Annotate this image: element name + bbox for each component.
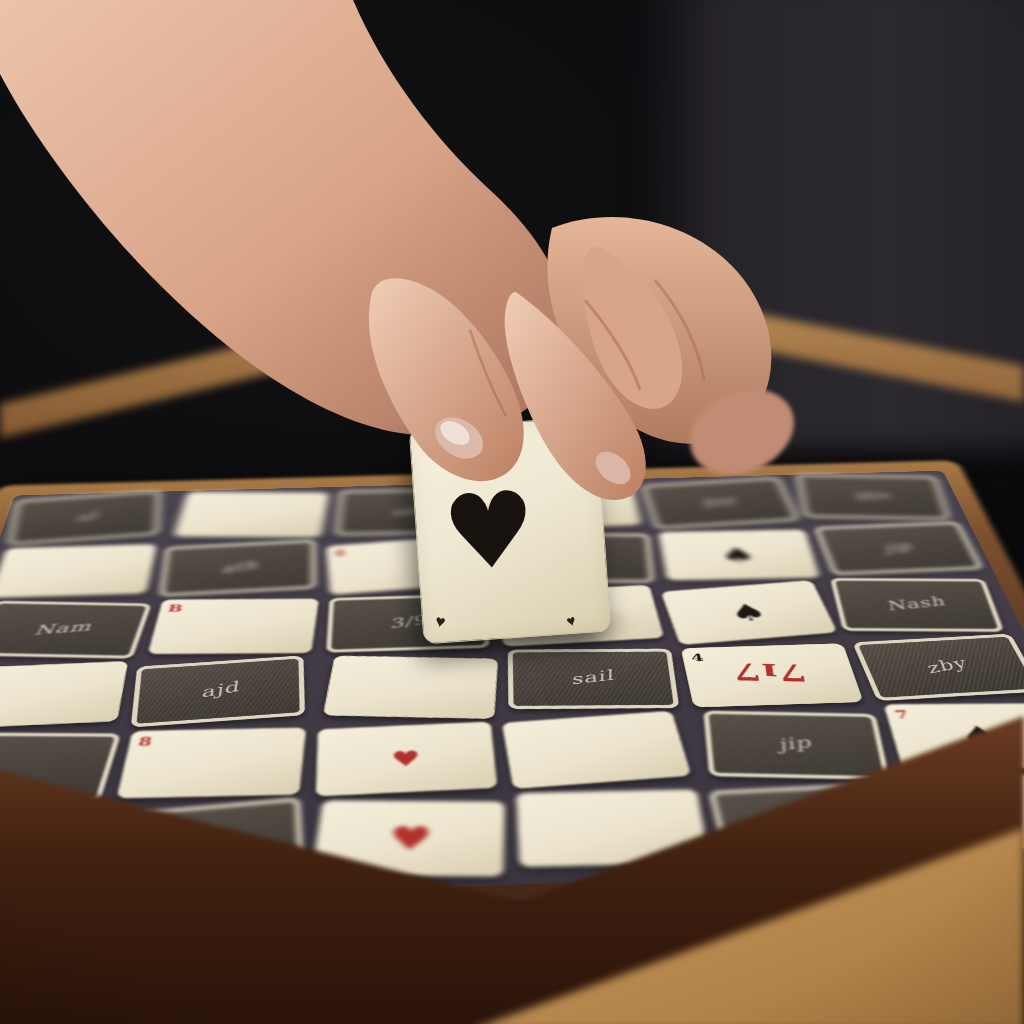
card-face-down[interactable]: ul xyxy=(7,490,162,546)
card-face-up[interactable]: B xyxy=(148,598,320,654)
card-face-down[interactable]: jip xyxy=(814,521,984,575)
card-face-up[interactable] xyxy=(0,544,157,598)
card-face-up[interactable]: ♠7 xyxy=(883,703,1024,769)
card-corner-index: 4 xyxy=(333,547,345,558)
card-face-down[interactable]: Nam xyxy=(0,601,152,659)
card-face-up[interactable]: ♠ xyxy=(661,580,839,645)
card-face-up[interactable] xyxy=(501,710,692,789)
card-back-script: jip xyxy=(879,539,915,555)
card-face-down[interactable]: sail xyxy=(508,649,680,710)
card-corner-index: 8 xyxy=(137,734,153,748)
held-card[interactable]: ♥ ♠ ♥ ♥ xyxy=(409,416,612,645)
card-face-down[interactable] xyxy=(709,782,916,865)
card-face-down[interactable]: ♡ xyxy=(109,797,305,890)
card-back-script: ath xyxy=(220,558,260,576)
card-back-script: sail xyxy=(568,667,616,687)
card-face-up[interactable]: ♥ xyxy=(310,800,505,877)
card-face-down[interactable]: ath xyxy=(159,539,316,596)
card-back-design: ♡ xyxy=(184,820,232,865)
card-face-up[interactable]: 7 xyxy=(0,661,129,730)
card-face-up[interactable] xyxy=(0,804,106,892)
held-card-heart-pip: ♥ xyxy=(439,476,539,586)
card-index-text: 7ı7 xyxy=(731,658,809,687)
card-back-script: Nash xyxy=(882,594,948,613)
card-face-up[interactable] xyxy=(322,655,498,719)
card-pip: ♥ xyxy=(387,823,433,856)
knuckle-crease xyxy=(585,300,640,390)
held-card-corner-br-icon: ♥ xyxy=(564,611,577,630)
card-back-script: ajd xyxy=(199,678,241,700)
card-pip: ♠ xyxy=(726,600,771,626)
card-face-up[interactable]: 8 xyxy=(116,727,307,798)
card-corner-index: 4 xyxy=(690,651,705,664)
card-face-up[interactable] xyxy=(516,789,711,867)
card-face-up[interactable]: ♥ xyxy=(315,721,497,796)
thumb-crease xyxy=(470,330,506,416)
card-face-down[interactable]: ajd xyxy=(131,655,306,727)
card-back-script: Nam xyxy=(33,619,92,638)
card-back-script: fity xyxy=(698,494,740,511)
card-face-up[interactable] xyxy=(173,492,330,538)
card-pip: ♠ xyxy=(955,723,1005,751)
card-face-down[interactable]: fity xyxy=(641,477,801,530)
card-back-script: ul xyxy=(75,509,99,524)
card-back-script: jip xyxy=(775,733,815,753)
card-face-up[interactable] xyxy=(899,771,1024,857)
card-face-down[interactable]: His xyxy=(795,474,951,520)
card-face-down[interactable]: jip xyxy=(704,711,891,780)
photo-scene: ulsailfityHisath4zid♠jipNamB3/9♠Nash7ajd… xyxy=(0,0,1024,1024)
card-pip: ♥ xyxy=(391,748,421,770)
card-face-down[interactable]: Nash xyxy=(830,578,1005,632)
background-panel xyxy=(640,0,1024,450)
held-card-corner-bl-icon: ♥ xyxy=(434,611,447,632)
held-card-corner-top-icon: ♠ xyxy=(569,426,584,455)
card-face-down[interactable]: zby xyxy=(852,634,1024,702)
card-face-up[interactable]: 47ı7 xyxy=(681,643,864,707)
card-back-script: zby xyxy=(920,655,970,677)
card-back-script: His xyxy=(851,489,893,503)
card-corner-index: B xyxy=(167,602,184,614)
card-face-up[interactable]: ♠ xyxy=(658,529,821,580)
card-corner-index: 7 xyxy=(893,708,910,722)
card-face-down[interactable] xyxy=(0,732,121,801)
card-pip: ♠ xyxy=(718,545,758,567)
forearm xyxy=(0,0,568,436)
